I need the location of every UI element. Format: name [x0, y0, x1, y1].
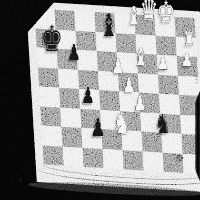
piece-white-bishop-mid[interactable]: ♝	[133, 45, 148, 70]
photo-scene: Checkers ❖ ♝♛♚♜♟♝♟♟♟♟♞♚♟♝♟♟♞	[0, 0, 200, 200]
piece-white-queen[interactable]: ♛	[140, 0, 158, 24]
piece-black-king[interactable]: ♚	[41, 20, 63, 56]
piece-white-pawn-g[interactable]: ♟	[157, 54, 169, 73]
piece-white-pawn-edge[interactable]: ♟	[181, 51, 193, 70]
piece-black-bishop[interactable]: ♝	[99, 10, 119, 41]
piece-white-rook[interactable]: ♜	[183, 29, 196, 49]
piece-black-pawn-d[interactable]: ♟	[90, 116, 105, 141]
piece-black-pawn-b[interactable]: ♟	[67, 41, 81, 63]
pieces-layer: ♝♛♚♜♟♝♟♟♟♟♞♚♟♝♟♟♞	[0, 0, 200, 200]
piece-white-king[interactable]: ♚	[157, 0, 175, 26]
piece-white-pawn-chain-3[interactable]: ♟	[134, 93, 147, 113]
piece-black-pawn-c[interactable]: ♟	[81, 84, 95, 106]
piece-black-knight[interactable]: ♞	[155, 110, 172, 137]
piece-white-knight[interactable]: ♞	[113, 108, 131, 137]
